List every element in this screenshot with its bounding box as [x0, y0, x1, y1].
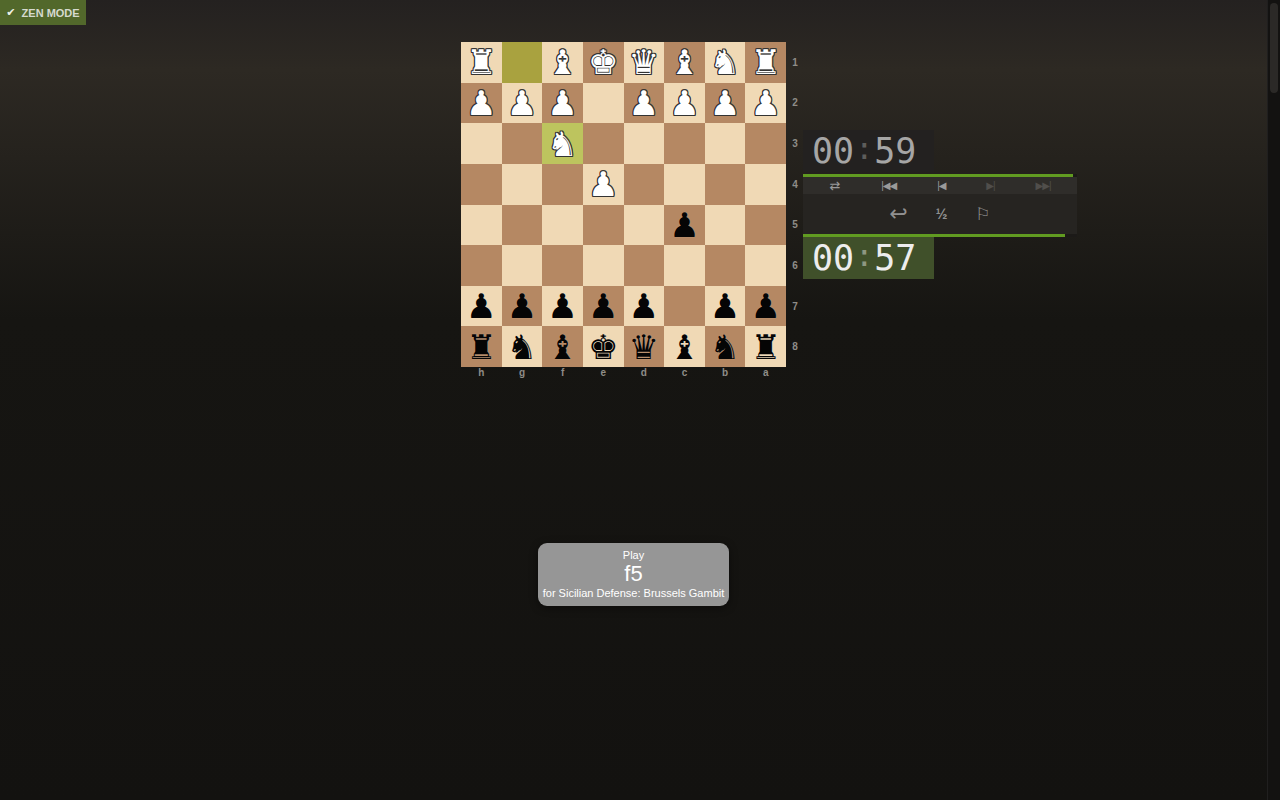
piece-black-pawn[interactable]: ♟ — [745, 286, 786, 327]
player-clock-separator: : — [855, 238, 873, 273]
square-h6[interactable] — [461, 245, 502, 286]
square-d7[interactable]: ♟ — [624, 286, 665, 327]
square-c7[interactable] — [664, 286, 705, 327]
square-c6[interactable] — [664, 245, 705, 286]
square-c5[interactable]: ♟ — [664, 205, 705, 246]
square-f6[interactable] — [542, 245, 583, 286]
go-last-button[interactable]: ▶▶| — [1036, 180, 1051, 191]
square-g3[interactable] — [502, 123, 543, 164]
square-g1[interactable] — [502, 42, 543, 83]
opponent-clock: 00:59 — [803, 130, 934, 172]
square-h2[interactable]: ♟ — [461, 83, 502, 124]
piece-black-knight[interactable]: ♞ — [705, 326, 746, 367]
nav-controls: ⇄|◀◀|◀▶|▶▶| — [803, 177, 1077, 194]
square-f5[interactable] — [542, 205, 583, 246]
square-d8[interactable]: ♛ — [624, 326, 665, 367]
opponent-clock-minutes: 00 — [812, 131, 854, 171]
square-h1[interactable]: ♜ — [461, 42, 502, 83]
rank-label-4: 4 — [788, 164, 802, 205]
flip-board-button[interactable]: ⇄ — [829, 178, 840, 193]
square-f2[interactable]: ♟ — [542, 83, 583, 124]
square-g7[interactable]: ♟ — [502, 286, 543, 327]
player-clock-seconds: 57 — [874, 238, 916, 278]
piece-black-pawn[interactable]: ♟ — [705, 286, 746, 327]
offer-draw-button[interactable]: ½ — [936, 206, 948, 222]
scrollbar-thumb[interactable] — [1270, 3, 1278, 93]
player-clock-minutes: 00 — [812, 238, 854, 278]
square-e2[interactable] — [583, 83, 624, 124]
square-b6[interactable] — [705, 245, 746, 286]
square-e8[interactable]: ♚ — [583, 326, 624, 367]
square-b7[interactable]: ♟ — [705, 286, 746, 327]
file-label-a: a — [745, 365, 786, 380]
piece-black-pawn[interactable]: ♟ — [542, 286, 583, 327]
square-d4[interactable] — [624, 164, 665, 205]
rank-label-7: 7 — [788, 286, 802, 327]
square-e7[interactable]: ♟ — [583, 286, 624, 327]
square-e3[interactable] — [583, 123, 624, 164]
piece-black-pawn[interactable]: ♟ — [461, 286, 502, 327]
square-e1[interactable]: ♚ — [583, 42, 624, 83]
chess-board: ♜♝♚♛♝♞♜♟♟♟♟♟♟♟♞♟♟♟♟♟♟♟♟♟♜♞♝♚♛♝♞♜ — [461, 42, 786, 367]
page-scrollbar[interactable] — [1267, 0, 1280, 800]
rank-label-1: 1 — [788, 42, 802, 83]
piece-black-bishop[interactable]: ♝ — [542, 326, 583, 367]
square-f8[interactable]: ♝ — [542, 326, 583, 367]
piece-white-knight[interactable]: ♞ — [542, 123, 583, 164]
square-g8[interactable]: ♞ — [502, 326, 543, 367]
square-d6[interactable] — [624, 245, 665, 286]
square-b4[interactable] — [705, 164, 746, 205]
piece-black-pawn[interactable]: ♟ — [502, 286, 543, 327]
piece-white-pawn[interactable]: ♟ — [705, 83, 746, 124]
square-b8[interactable]: ♞ — [705, 326, 746, 367]
move-hint-toast[interactable]: Play f5 for Sicilian Defense: Brussels G… — [538, 543, 729, 606]
hint-description: for Sicilian Defense: Brussels Gambit — [543, 586, 725, 601]
piece-white-pawn[interactable]: ♟ — [745, 83, 786, 124]
piece-black-king[interactable]: ♚ — [583, 326, 624, 367]
rank-label-6: 6 — [788, 245, 802, 286]
square-a5[interactable] — [745, 205, 786, 246]
square-a3[interactable] — [745, 123, 786, 164]
square-b2[interactable]: ♟ — [705, 83, 746, 124]
square-b1[interactable]: ♞ — [705, 42, 746, 83]
piece-black-knight[interactable]: ♞ — [502, 326, 543, 367]
square-a1[interactable]: ♜ — [745, 42, 786, 83]
file-label-b: b — [705, 365, 746, 380]
piece-black-pawn[interactable]: ♟ — [583, 286, 624, 327]
piece-white-knight[interactable]: ♞ — [705, 42, 746, 83]
check-icon: ✔ — [6, 6, 15, 19]
square-a6[interactable] — [745, 245, 786, 286]
square-c8[interactable]: ♝ — [664, 326, 705, 367]
file-labels: hgfedcba — [461, 365, 786, 380]
piece-white-king[interactable]: ♚ — [583, 42, 624, 83]
go-first-button[interactable]: |◀◀ — [881, 180, 896, 191]
file-label-g: g — [502, 365, 543, 380]
square-c2[interactable]: ♟ — [664, 83, 705, 124]
square-f1[interactable]: ♝ — [542, 42, 583, 83]
square-h5[interactable] — [461, 205, 502, 246]
piece-black-queen[interactable]: ♛ — [624, 326, 665, 367]
square-h8[interactable]: ♜ — [461, 326, 502, 367]
file-label-h: h — [461, 365, 502, 380]
go-previous-button[interactable]: |◀ — [937, 180, 945, 191]
piece-white-queen[interactable]: ♛ — [624, 42, 665, 83]
piece-white-pawn[interactable]: ♟ — [461, 83, 502, 124]
square-c1[interactable]: ♝ — [664, 42, 705, 83]
square-f7[interactable]: ♟ — [542, 286, 583, 327]
square-f4[interactable] — [542, 164, 583, 205]
square-a7[interactable]: ♟ — [745, 286, 786, 327]
square-e6[interactable] — [583, 245, 624, 286]
square-b5[interactable] — [705, 205, 746, 246]
square-d3[interactable] — [624, 123, 665, 164]
square-h3[interactable] — [461, 123, 502, 164]
action-controls: ↩½⚐ — [803, 194, 1077, 234]
hint-action-label: Play — [623, 548, 644, 562]
square-a4[interactable] — [745, 164, 786, 205]
square-g2[interactable]: ♟ — [502, 83, 543, 124]
piece-black-bishop[interactable]: ♝ — [664, 326, 705, 367]
piece-black-rook[interactable]: ♜ — [461, 326, 502, 367]
hint-move: f5 — [624, 562, 642, 586]
piece-white-pawn[interactable]: ♟ — [583, 164, 624, 205]
square-b3[interactable] — [705, 123, 746, 164]
square-h4[interactable] — [461, 164, 502, 205]
zen-mode-button[interactable]: ✔ ZEN MODE — [0, 0, 86, 25]
takeback-button[interactable]: ↩ — [889, 201, 907, 227]
square-d5[interactable] — [624, 205, 665, 246]
square-e4[interactable]: ♟ — [583, 164, 624, 205]
square-a2[interactable]: ♟ — [745, 83, 786, 124]
piece-white-bishop[interactable]: ♝ — [664, 42, 705, 83]
piece-white-pawn[interactable]: ♟ — [624, 83, 665, 124]
piece-white-pawn[interactable]: ♟ — [664, 83, 705, 124]
player-clock: 00:57 — [803, 237, 934, 279]
piece-white-pawn[interactable]: ♟ — [542, 83, 583, 124]
file-label-e: e — [583, 365, 624, 380]
square-c4[interactable] — [664, 164, 705, 205]
rank-label-2: 2 — [788, 83, 802, 124]
piece-white-rook[interactable]: ♜ — [461, 42, 502, 83]
zen-mode-label: ZEN MODE — [22, 7, 80, 19]
square-a8[interactable]: ♜ — [745, 326, 786, 367]
square-g4[interactable] — [502, 164, 543, 205]
rank-labels: 12345678 — [788, 42, 802, 367]
square-g5[interactable] — [502, 205, 543, 246]
piece-black-pawn[interactable]: ♟ — [664, 205, 705, 246]
piece-white-pawn[interactable]: ♟ — [502, 83, 543, 124]
file-label-c: c — [664, 365, 705, 380]
resign-button[interactable]: ⚐ — [975, 204, 990, 225]
square-e5[interactable] — [583, 205, 624, 246]
file-label-d: d — [624, 365, 665, 380]
opponent-clock-separator: : — [855, 131, 873, 166]
square-g6[interactable] — [502, 245, 543, 286]
go-next-button[interactable]: ▶| — [986, 180, 994, 191]
square-d1[interactable]: ♛ — [624, 42, 665, 83]
opponent-clock-seconds: 59 — [874, 131, 916, 171]
piece-white-rook[interactable]: ♜ — [745, 42, 786, 83]
file-label-f: f — [542, 365, 583, 380]
rank-label-3: 3 — [788, 123, 802, 164]
piece-white-bishop[interactable]: ♝ — [542, 42, 583, 83]
square-c3[interactable] — [664, 123, 705, 164]
square-h7[interactable]: ♟ — [461, 286, 502, 327]
game-side-panel: 00:59 ⇄|◀◀|◀▶|▶▶| ↩½⚐ 00:57 — [803, 130, 1077, 280]
square-d2[interactable]: ♟ — [624, 83, 665, 124]
piece-black-rook[interactable]: ♜ — [745, 326, 786, 367]
rank-label-8: 8 — [788, 326, 802, 367]
square-f3[interactable]: ♞ — [542, 123, 583, 164]
piece-black-pawn[interactable]: ♟ — [624, 286, 665, 327]
rank-label-5: 5 — [788, 205, 802, 246]
